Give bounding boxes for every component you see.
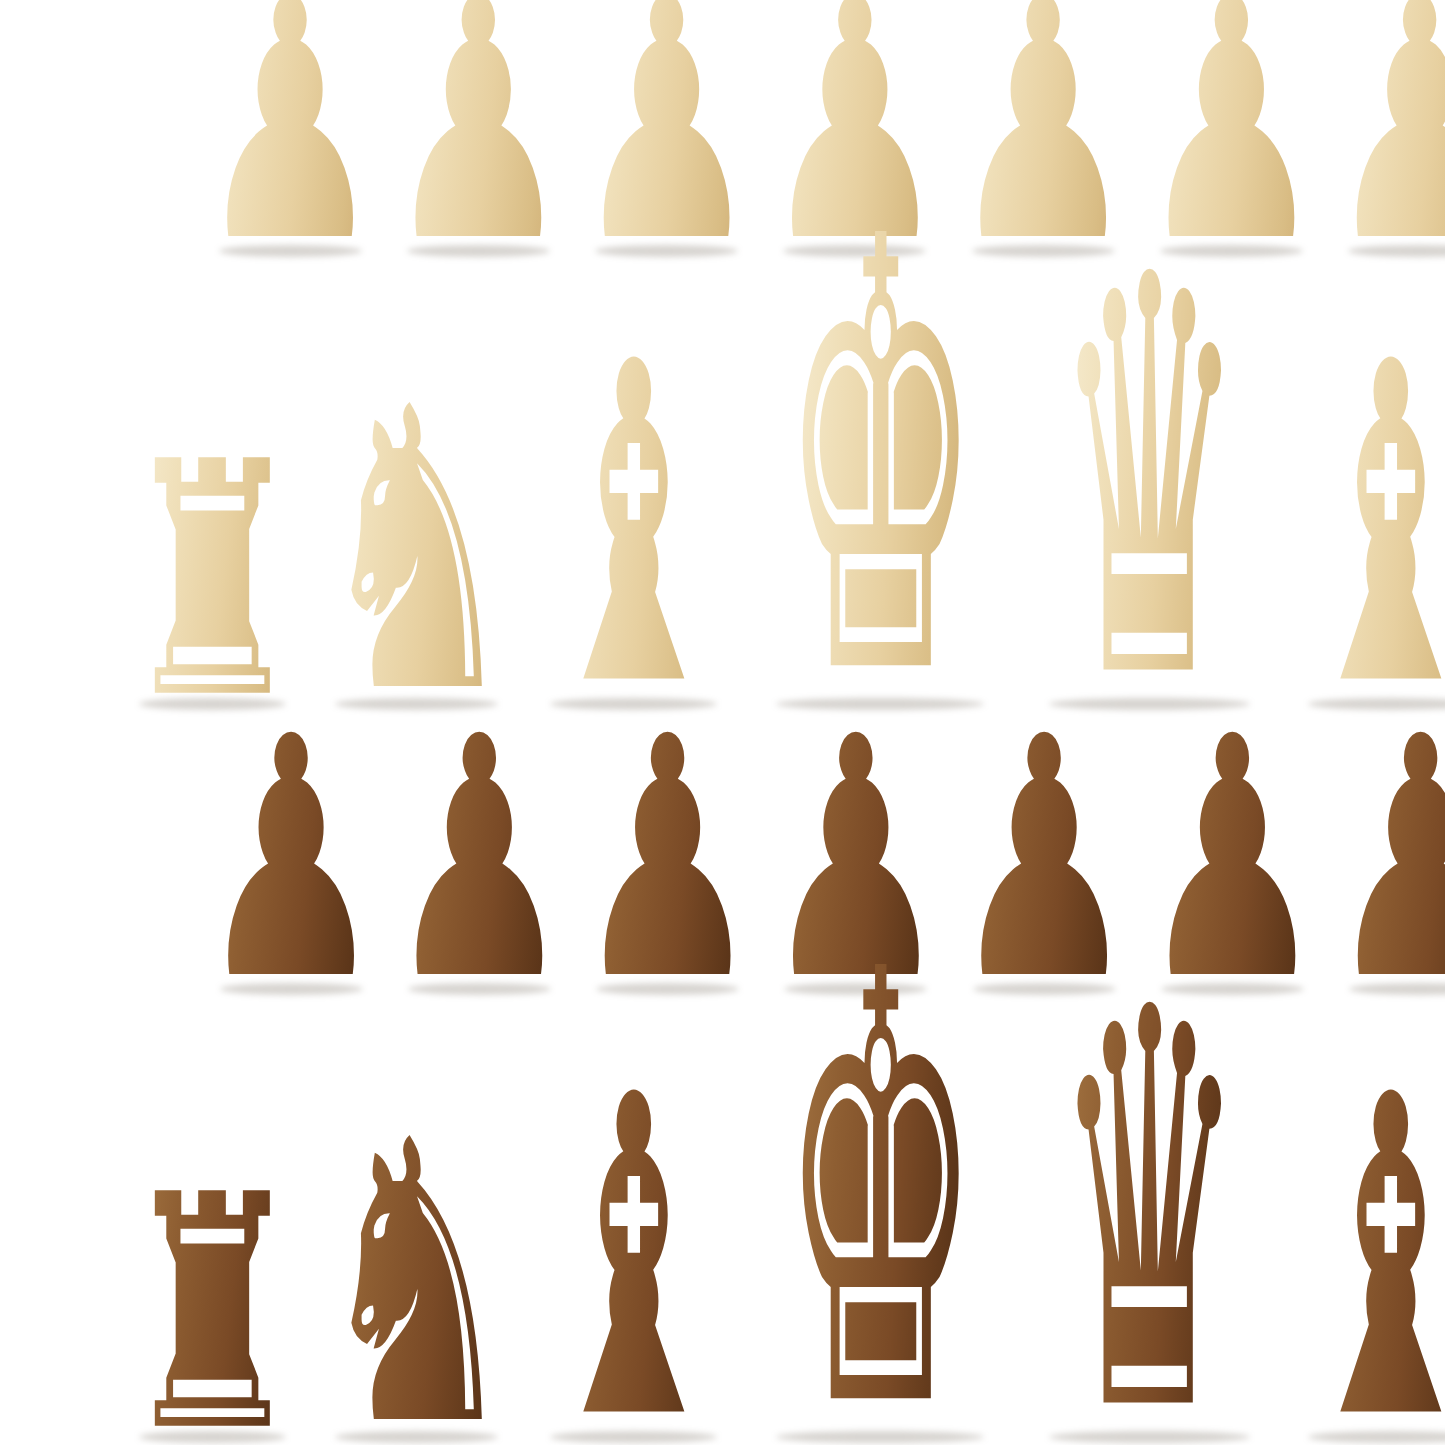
- dark-rook-piece: ♜: [121, 1152, 304, 1445]
- dark-bishop-piece: ♝: [537, 1039, 730, 1445]
- dark-queen-cell: ♛: [1017, 1004, 1281, 1438]
- dark-king-cell: ♚: [744, 1004, 1017, 1438]
- dark-bishop-cell: ♝: [524, 1004, 744, 1438]
- light-king-cell: ♚: [744, 250, 1017, 705]
- dark-pawn-cell: ♟: [385, 734, 573, 990]
- row-light-majors: ♜♞♝♚♛♝♞♜: [116, 250, 1445, 705]
- dark-king-piece: ♚: [780, 895, 980, 1445]
- light-pawn-cell: ♟: [573, 2, 761, 252]
- dark-knight-cell: ♞: [309, 1004, 524, 1438]
- light-knight-cell: ♞: [309, 250, 524, 705]
- light-queen-cell: ♛: [1017, 250, 1281, 705]
- dark-pawn-piece: ♟: [385, 694, 573, 1026]
- light-pawn-cell: ♟: [384, 2, 572, 252]
- dark-queen-piece: ♛: [1054, 939, 1244, 1445]
- dark-bishop-piece: ♝: [1295, 1039, 1445, 1445]
- dark-bishop-cell: ♝: [1281, 1004, 1445, 1438]
- light-rook-cell: ♜: [116, 250, 309, 705]
- light-pawn-piece: ♟: [384, 0, 572, 288]
- dark-pawn-piece: ♟: [1327, 694, 1445, 1026]
- dark-knight-piece-facing-left: ♞: [314, 1090, 518, 1445]
- light-pawn-cell: ♟: [1326, 2, 1445, 252]
- dark-pawn-cell: ♟: [197, 734, 385, 990]
- dark-pawn-cell: ♟: [1327, 734, 1445, 990]
- light-pawn-piece: ♟: [1326, 0, 1445, 288]
- dark-pawn-piece: ♟: [197, 694, 385, 1026]
- light-pawn-piece: ♟: [573, 0, 761, 288]
- light-bishop-cell: ♝: [1281, 250, 1445, 705]
- light-pawn-piece: ♟: [196, 0, 384, 288]
- light-bishop-cell: ♝: [524, 250, 744, 705]
- chess-set-photo: ♟♟♟♟♟♟♟♟♜♞♝♚♛♝♞♜♟♟♟♟♟♟♟♟♜♞♝♚♛♝♞♜: [0, 0, 1445, 1445]
- light-pawn-cell: ♟: [196, 2, 384, 252]
- row-dark-majors: ♜♞♝♚♛♝♞♜: [116, 1004, 1445, 1438]
- dark-pawn-cell: ♟: [574, 734, 762, 990]
- dark-pawn-piece: ♟: [574, 694, 762, 1026]
- dark-rook-cell: ♜: [116, 1004, 309, 1438]
